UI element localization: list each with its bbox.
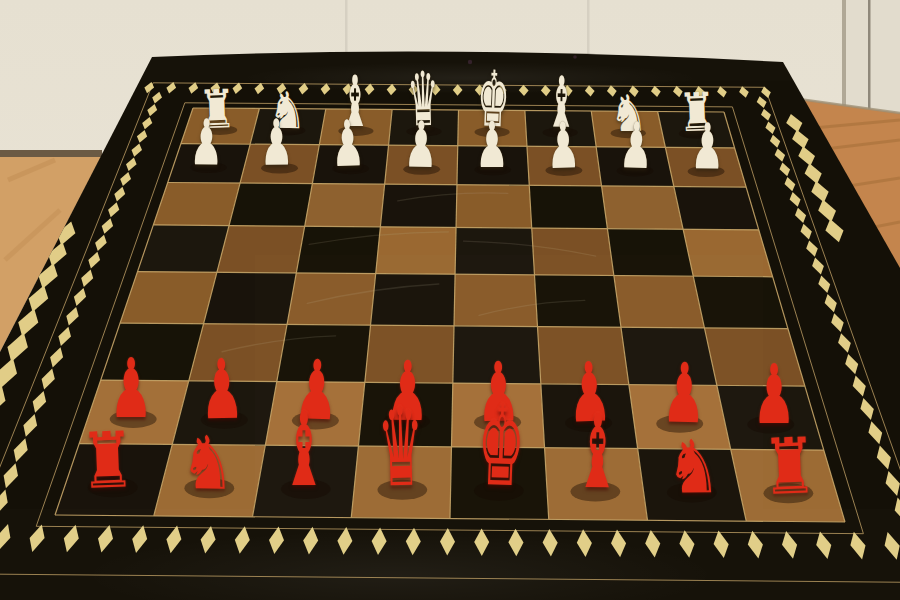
piece-layer: ♜♞♝♛♚♝♞♜♟♟♟♟♟♟♟♟♟♟♟♟♟♟♟♟♜♞♝♛♚♝♞♜	[0, 0, 900, 600]
piece-red-rook-a1[interactable]: ♜	[79, 421, 136, 500]
piece-ivory-pawn-c7[interactable]: ♟	[330, 111, 366, 176]
piece-ivory-pawn-b7[interactable]: ♟	[259, 111, 293, 175]
piece-ivory-pawn-f7[interactable]: ♟	[545, 113, 580, 177]
piece-red-pawn-g2[interactable]: ♟	[661, 351, 707, 434]
piece-red-queen-d1[interactable]: ♛	[376, 392, 425, 502]
piece-ivory-pawn-a7[interactable]: ♟	[189, 110, 223, 174]
piece-red-knight-g1[interactable]: ♞	[666, 430, 721, 504]
piece-red-knight-b1[interactable]: ♞	[179, 426, 235, 501]
piece-red-king-e1[interactable]: ♚	[476, 390, 527, 504]
piece-ivory-pawn-e7[interactable]: ♟	[475, 113, 509, 176]
piece-ivory-pawn-g7[interactable]: ♟	[618, 113, 654, 178]
piece-ivory-pawn-h7[interactable]: ♟	[690, 114, 724, 178]
piece-ivory-pawn-d7[interactable]: ♟	[403, 112, 438, 176]
piece-red-bishop-f1[interactable]: ♝	[574, 401, 620, 504]
piece-red-pawn-b2[interactable]: ♟	[199, 347, 245, 430]
piece-red-rook-h1[interactable]: ♜	[761, 427, 818, 506]
piece-red-bishop-c1[interactable]: ♝	[282, 398, 327, 500]
photo-scene: ♜♞♝♛♚♝♞♜♟♟♟♟♟♟♟♟♟♟♟♟♟♟♟♟♜♞♝♛♚♝♞♜	[0, 0, 900, 600]
